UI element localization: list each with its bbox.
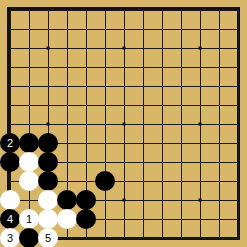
move-number-label: 5 <box>45 233 51 244</box>
black-stone <box>38 171 58 191</box>
white-stone <box>0 190 20 210</box>
star-point <box>123 199 126 202</box>
star-point <box>123 123 126 126</box>
white-stone: 5 <box>38 228 58 247</box>
black-stone: 4 <box>0 209 20 229</box>
white-stone <box>19 152 39 172</box>
star-point <box>199 47 202 50</box>
star-point <box>47 123 50 126</box>
black-stone <box>38 152 58 172</box>
move-number-label: 4 <box>7 214 13 225</box>
go-diagram: 24135 <box>0 0 247 247</box>
grid-line-vertical <box>238 10 239 239</box>
white-stone <box>38 190 58 210</box>
black-stone <box>38 133 58 153</box>
white-stone: 3 <box>0 228 20 247</box>
star-point <box>123 47 126 50</box>
grid-line-vertical <box>181 10 182 239</box>
grid-line-vertical <box>219 10 220 239</box>
grid-line-vertical <box>162 10 163 239</box>
white-stone <box>38 209 58 229</box>
white-stone <box>19 171 39 191</box>
black-stone <box>95 171 115 191</box>
black-stone <box>19 228 39 247</box>
go-board[interactable]: 24135 <box>0 0 247 247</box>
black-stone <box>57 190 77 210</box>
black-stone <box>19 133 39 153</box>
star-point <box>47 47 50 50</box>
grid-line-vertical <box>143 10 144 239</box>
star-point <box>199 123 202 126</box>
white-stone: 1 <box>19 209 39 229</box>
star-point <box>199 199 202 202</box>
move-number-label: 1 <box>26 214 32 225</box>
black-stone <box>76 209 96 229</box>
black-stone <box>76 190 96 210</box>
black-stone: 2 <box>0 133 20 153</box>
move-number-label: 3 <box>7 233 13 244</box>
white-stone <box>57 209 77 229</box>
black-stone <box>0 152 20 172</box>
move-number-label: 2 <box>7 138 13 149</box>
